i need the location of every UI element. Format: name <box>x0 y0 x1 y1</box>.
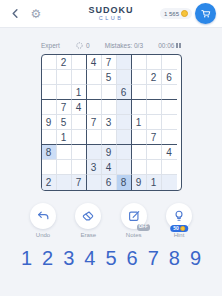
cell-r5c3[interactable] <box>72 115 87 130</box>
cell-r9c7[interactable]: 9 <box>132 175 147 190</box>
eraser-icon <box>81 209 95 223</box>
cell-r7c1[interactable]: 8 <box>42 145 57 160</box>
numpad-7[interactable]: 7 <box>148 247 159 270</box>
notes-button[interactable]: OFF Notes <box>116 203 152 238</box>
cell-r9c5[interactable]: 6 <box>102 175 117 190</box>
cell-r1c9[interactable] <box>162 55 177 70</box>
undo-label: Undo <box>36 232 50 238</box>
cell-r4c7[interactable] <box>132 100 147 115</box>
hint-label: Hint <box>174 232 185 238</box>
shop-button[interactable] <box>195 3 216 24</box>
score-indicator: 0 <box>75 41 90 50</box>
subtitle-text: CLUB <box>88 16 133 22</box>
cell-r3c2[interactable] <box>57 85 72 100</box>
erase-button[interactable]: Erase <box>70 203 106 238</box>
cell-r5c9[interactable] <box>162 115 177 130</box>
cell-r2c6[interactable] <box>117 70 132 85</box>
cell-r8c7[interactable] <box>132 160 147 175</box>
cell-r8c6[interactable] <box>117 160 132 175</box>
cell-r6c3[interactable] <box>72 130 87 145</box>
cart-icon <box>200 8 212 20</box>
cell-r9c9[interactable] <box>162 175 177 190</box>
settings-button[interactable]: ⚙ <box>24 5 42 23</box>
mistakes-label: Mistakes: 0/3 <box>105 42 143 49</box>
numpad-4[interactable]: 4 <box>84 247 95 270</box>
cell-r5c4[interactable]: 7 <box>87 115 102 130</box>
cell-r6c5[interactable] <box>102 130 117 145</box>
cell-r7c4[interactable] <box>87 145 102 160</box>
cell-r2c3[interactable] <box>72 70 87 85</box>
undo-icon <box>36 209 50 223</box>
cell-r3c7[interactable] <box>132 85 147 100</box>
cell-r1c1[interactable] <box>42 55 57 70</box>
cell-r6c7[interactable] <box>132 130 147 145</box>
cell-r4c8[interactable] <box>147 100 162 115</box>
numpad-8[interactable]: 8 <box>169 247 180 270</box>
cell-r6c4[interactable] <box>87 130 102 145</box>
toolbar: Undo Erase OFF Notes <box>25 203 197 238</box>
cell-r2c2[interactable] <box>57 70 72 85</box>
cell-r2c9[interactable]: 6 <box>162 70 177 85</box>
cell-r4c2[interactable]: 7 <box>57 100 72 115</box>
cell-r3c6[interactable]: 6 <box>117 85 132 100</box>
cell-r2c7[interactable] <box>132 70 147 85</box>
cell-r9c1[interactable]: 2 <box>42 175 57 190</box>
cell-r2c8[interactable]: 2 <box>147 70 162 85</box>
cell-r4c3[interactable]: 4 <box>72 100 87 115</box>
coin-icon <box>181 10 188 17</box>
cell-r1c6[interactable] <box>117 55 132 70</box>
cell-r7c2[interactable] <box>57 145 72 160</box>
cell-r3c1[interactable] <box>42 85 57 100</box>
numpad-6[interactable]: 6 <box>127 247 138 270</box>
cell-r1c2[interactable]: 2 <box>57 55 72 70</box>
cell-r3c5[interactable] <box>102 85 117 100</box>
notes-label: Notes <box>126 232 142 238</box>
cell-r6c2[interactable]: 1 <box>57 130 72 145</box>
chevron-left-icon <box>10 8 21 19</box>
timer: 00:06 <box>158 42 181 49</box>
mistakes-counter: Mistakes: 0/3 <box>105 42 143 49</box>
cell-r2c4[interactable] <box>87 70 102 85</box>
cell-r5c6[interactable] <box>117 115 132 130</box>
cell-r6c1[interactable] <box>42 130 57 145</box>
cell-r7c8[interactable] <box>147 145 162 160</box>
cell-r4c9[interactable] <box>162 100 177 115</box>
cell-r6c8[interactable]: 7 <box>147 130 162 145</box>
app-title: SUDOKU CLUB <box>88 6 133 22</box>
cell-r6c9[interactable] <box>162 130 177 145</box>
hint-cost-badge: 50 <box>170 225 188 232</box>
cell-r1c4[interactable]: 4 <box>87 55 102 70</box>
cell-r9c6[interactable]: 8 <box>117 175 132 190</box>
cell-r5c7[interactable]: 1 <box>132 115 147 130</box>
back-button[interactable] <box>6 5 24 23</box>
cell-r5c5[interactable]: 3 <box>102 115 117 130</box>
cell-r9c3[interactable]: 7 <box>72 175 87 190</box>
score-value: 0 <box>86 42 90 49</box>
coin-count: 1 565 <box>164 11 179 17</box>
cell-r3c3[interactable]: 1 <box>72 85 87 100</box>
notes-pencil-icon <box>127 209 141 223</box>
notes-off-badge: OFF <box>137 224 150 231</box>
hint-coin-icon <box>180 226 185 231</box>
cell-r5c2[interactable]: 5 <box>57 115 72 130</box>
cell-r1c8[interactable] <box>147 55 162 70</box>
number-pad: 123456789 <box>21 247 201 270</box>
coin-balance: 1 565 <box>160 8 192 19</box>
cell-r1c5[interactable]: 7 <box>102 55 117 70</box>
cell-r5c1[interactable]: 9 <box>42 115 57 130</box>
status-row: Expert 0 Mistakes: 0/3 00:06 <box>41 41 181 50</box>
erase-label: Erase <box>80 232 96 238</box>
cell-r7c6[interactable] <box>117 145 132 160</box>
pause-button[interactable] <box>176 43 181 48</box>
score-icon <box>75 41 84 50</box>
numpad-9[interactable]: 9 <box>190 247 201 270</box>
cell-r4c4[interactable] <box>87 100 102 115</box>
cell-r7c5[interactable]: 9 <box>102 145 117 160</box>
cell-r2c5[interactable]: 5 <box>102 70 117 85</box>
timer-value: 00:06 <box>158 42 174 49</box>
cell-r5c8[interactable] <box>147 115 162 130</box>
difficulty-label: Expert <box>41 42 60 49</box>
cell-r4c6[interactable] <box>117 100 132 115</box>
numpad-5[interactable]: 5 <box>105 247 116 270</box>
cell-r8c1[interactable] <box>42 160 57 175</box>
sudoku-app: ⚙ SUDOKU CLUB 1 565 Expert 0 <box>0 0 222 296</box>
cell-r3c8[interactable] <box>147 85 162 100</box>
cell-r8c5[interactable]: 4 <box>102 160 117 175</box>
cell-r2c1[interactable] <box>42 70 57 85</box>
cell-r6c6[interactable] <box>117 130 132 145</box>
cell-r1c7[interactable] <box>132 55 147 70</box>
cell-r9c2[interactable] <box>57 175 72 190</box>
numpad-2[interactable]: 2 <box>42 247 53 270</box>
hint-button[interactable]: 50 Hint <box>161 203 197 238</box>
cell-r8c3[interactable] <box>72 160 87 175</box>
cell-r3c9[interactable] <box>162 85 177 100</box>
undo-button[interactable]: Undo <box>25 203 61 238</box>
cell-r7c9[interactable]: 4 <box>162 145 177 160</box>
cell-r8c2[interactable] <box>57 160 72 175</box>
cell-r1c3[interactable] <box>72 55 87 70</box>
numpad-3[interactable]: 3 <box>63 247 74 270</box>
cell-r3c4[interactable] <box>87 85 102 100</box>
cell-r8c9[interactable] <box>162 160 177 175</box>
cell-r8c8[interactable] <box>147 160 162 175</box>
cell-r9c8[interactable]: 1 <box>147 175 162 190</box>
cell-r9c4[interactable] <box>87 175 102 190</box>
cell-r7c3[interactable] <box>72 145 87 160</box>
header-bar: ⚙ SUDOKU CLUB 1 565 <box>0 0 222 28</box>
cell-r8c4[interactable]: 3 <box>87 160 102 175</box>
cell-r7c7[interactable] <box>132 145 147 160</box>
hint-cost-value: 50 <box>173 226 179 231</box>
sudoku-grid: 2475261674957311789434276891 <box>41 54 182 191</box>
cell-r4c1[interactable] <box>42 100 57 115</box>
gear-icon: ⚙ <box>31 7 42 21</box>
title-text: SUDOKU <box>88 6 133 15</box>
cell-r4c5[interactable] <box>102 100 117 115</box>
numpad-1[interactable]: 1 <box>21 247 32 270</box>
lightbulb-icon <box>172 209 186 223</box>
difficulty-selector[interactable]: Expert <box>41 42 60 49</box>
